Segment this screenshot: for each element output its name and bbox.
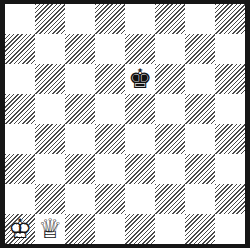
square-h8[interactable] xyxy=(215,4,245,34)
square-g5[interactable] xyxy=(185,94,215,124)
square-f2[interactable] xyxy=(155,184,185,214)
white-queen-glyph: ♕ xyxy=(38,213,62,244)
square-a2[interactable] xyxy=(5,184,35,214)
square-c1[interactable] xyxy=(65,214,95,244)
square-b2[interactable] xyxy=(35,184,65,214)
square-g7[interactable] xyxy=(185,34,215,64)
square-f7[interactable] xyxy=(155,34,185,64)
square-f5[interactable] xyxy=(155,94,185,124)
square-e3[interactable] xyxy=(125,154,155,184)
square-e1[interactable] xyxy=(125,214,155,244)
square-f4[interactable] xyxy=(155,124,185,154)
chess-board-frame: ♚♚♔♛♕ xyxy=(0,0,250,248)
square-a1[interactable]: ♚♔ xyxy=(5,214,35,244)
square-c8[interactable] xyxy=(65,4,95,34)
square-c4[interactable] xyxy=(65,124,95,154)
square-f6[interactable] xyxy=(155,64,185,94)
square-a8[interactable] xyxy=(5,4,35,34)
square-b5[interactable] xyxy=(35,94,65,124)
square-d2[interactable] xyxy=(95,184,125,214)
square-c5[interactable] xyxy=(65,94,95,124)
square-e2[interactable] xyxy=(125,184,155,214)
square-g8[interactable] xyxy=(185,4,215,34)
square-b6[interactable] xyxy=(35,64,65,94)
black-king-glyph: ♚ xyxy=(128,63,152,94)
square-h1[interactable] xyxy=(215,214,245,244)
square-c6[interactable] xyxy=(65,64,95,94)
square-h6[interactable] xyxy=(215,64,245,94)
square-a7[interactable] xyxy=(5,34,35,64)
chess-board: ♚♚♔♛♕ xyxy=(5,4,245,244)
square-e8[interactable] xyxy=(125,4,155,34)
square-e7[interactable] xyxy=(125,34,155,64)
square-f1[interactable] xyxy=(155,214,185,244)
square-b4[interactable] xyxy=(35,124,65,154)
square-h3[interactable] xyxy=(215,154,245,184)
square-g2[interactable] xyxy=(185,184,215,214)
square-f3[interactable] xyxy=(155,154,185,184)
square-b3[interactable] xyxy=(35,154,65,184)
square-c2[interactable] xyxy=(65,184,95,214)
square-d7[interactable] xyxy=(95,34,125,64)
square-c7[interactable] xyxy=(65,34,95,64)
square-h2[interactable] xyxy=(215,184,245,214)
square-d4[interactable] xyxy=(95,124,125,154)
square-d8[interactable] xyxy=(95,4,125,34)
square-g6[interactable] xyxy=(185,64,215,94)
square-f8[interactable] xyxy=(155,4,185,34)
square-d1[interactable] xyxy=(95,214,125,244)
square-c3[interactable] xyxy=(65,154,95,184)
square-g3[interactable] xyxy=(185,154,215,184)
square-g1[interactable] xyxy=(185,214,215,244)
square-g4[interactable] xyxy=(185,124,215,154)
square-d6[interactable] xyxy=(95,64,125,94)
square-h4[interactable] xyxy=(215,124,245,154)
black-king[interactable]: ♚ xyxy=(125,64,155,94)
square-a5[interactable] xyxy=(5,94,35,124)
square-d5[interactable] xyxy=(95,94,125,124)
square-b7[interactable] xyxy=(35,34,65,64)
square-a3[interactable] xyxy=(5,154,35,184)
white-king-glyph: ♔ xyxy=(8,213,32,244)
square-h7[interactable] xyxy=(215,34,245,64)
square-d3[interactable] xyxy=(95,154,125,184)
square-b8[interactable] xyxy=(35,4,65,34)
square-e5[interactable] xyxy=(125,94,155,124)
square-a6[interactable] xyxy=(5,64,35,94)
white-queen[interactable]: ♛♕ xyxy=(35,214,65,244)
square-a4[interactable] xyxy=(5,124,35,154)
square-e6[interactable]: ♚ xyxy=(125,64,155,94)
square-h5[interactable] xyxy=(215,94,245,124)
square-b1[interactable]: ♛♕ xyxy=(35,214,65,244)
white-king[interactable]: ♚♔ xyxy=(5,214,35,244)
square-e4[interactable] xyxy=(125,124,155,154)
